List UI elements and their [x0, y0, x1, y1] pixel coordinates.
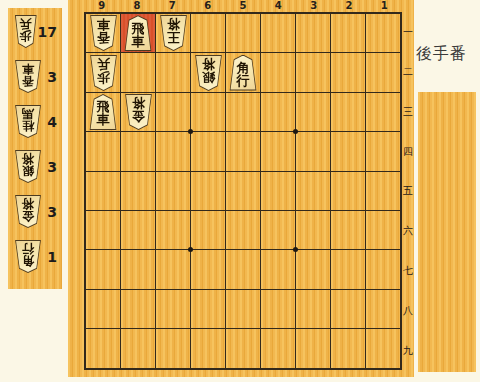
board-cell-9-4[interactable]: [86, 132, 120, 170]
gote-hand-tray: 歩兵17香車3桂馬4銀将3金将3角行1: [8, 8, 62, 289]
board-cell-3-8[interactable]: [296, 290, 330, 328]
koma-kanji: 銀将: [202, 58, 215, 84]
board-cell-3-5[interactable]: [296, 172, 330, 210]
board-cell-3-7[interactable]: [296, 250, 330, 288]
board-cell-1-2[interactable]: [366, 53, 400, 91]
board-cell-4-2[interactable]: [261, 53, 295, 91]
board-cell-7-8[interactable]: [156, 290, 190, 328]
board-cell-6-1[interactable]: [191, 14, 225, 52]
hoshi-dot: [188, 129, 193, 134]
board-cell-8-5[interactable]: [121, 172, 155, 210]
rank-labels: 一二三四五六七八九: [402, 12, 414, 371]
rank-label: 三: [402, 92, 414, 132]
koma-face: 銀将: [15, 151, 41, 182]
hoshi-dot: [293, 247, 298, 252]
koma-sente-R[interactable]: 飛車: [89, 94, 118, 130]
file-label: 5: [225, 0, 260, 12]
koma-face: 角行: [15, 241, 41, 272]
board-cell-7-5[interactable]: [156, 172, 190, 210]
koma-face: 歩兵: [90, 56, 117, 90]
koma-face: 銀将: [195, 56, 222, 90]
koma-gote-S[interactable]: 銀将: [194, 55, 223, 91]
turn-indicator: 後手番: [416, 44, 467, 65]
koma-kanji: 桂馬: [22, 109, 34, 133]
koma-gote-S[interactable]: 銀将: [14, 150, 42, 183]
hand-row-N: 桂馬4: [8, 105, 62, 150]
board-cell-8-1-lastmove[interactable]: 飛車: [121, 14, 155, 52]
koma-kanji: 歩兵: [97, 58, 110, 84]
koma-gote-G[interactable]: 金将: [124, 94, 153, 130]
board-cell-2-7[interactable]: [331, 250, 365, 288]
board-cell-2-4[interactable]: [331, 132, 365, 170]
board-cell-9-8[interactable]: [86, 290, 120, 328]
koma-face: 角行: [230, 56, 257, 90]
hand-count: 4: [47, 114, 57, 130]
hand-count: 3: [47, 204, 57, 220]
rank-label: 五: [402, 172, 414, 212]
hoshi-dot: [293, 129, 298, 134]
board-cell-2-5[interactable]: [331, 172, 365, 210]
board-cell-4-3[interactable]: [261, 93, 295, 131]
hand-count: 17: [38, 24, 57, 40]
file-label: 1: [367, 0, 402, 12]
hand-count: 1: [47, 249, 57, 265]
board-cell-9-1[interactable]: 香車: [86, 14, 120, 52]
koma-gote-L[interactable]: 香車: [89, 15, 118, 51]
board-cell-4-5[interactable]: [261, 172, 295, 210]
board-cell-6-4[interactable]: [191, 132, 225, 170]
board-cell-7-7[interactable]: [156, 250, 190, 288]
koma-kanji: 飛車: [97, 100, 110, 126]
rank-label: 七: [402, 251, 414, 291]
koma-gote-K[interactable]: 王将: [159, 15, 188, 51]
board-cell-2-6[interactable]: [331, 211, 365, 249]
board-cell-3-9[interactable]: [296, 329, 330, 367]
board-cell-6-3[interactable]: [191, 93, 225, 131]
board-cell-2-3[interactable]: [331, 93, 365, 131]
board-cell-6-9[interactable]: [191, 329, 225, 367]
rank-label: 四: [402, 132, 414, 172]
board-cell-5-6[interactable]: [226, 211, 260, 249]
koma-kanji: 飛車: [132, 22, 145, 48]
koma-kanji: 金将: [132, 97, 145, 123]
board-cell-2-8[interactable]: [331, 290, 365, 328]
sente-hand-tray: [418, 92, 476, 372]
koma-face: 金将: [125, 95, 152, 129]
koma-sente-R[interactable]: 飛車: [124, 15, 153, 51]
koma-kanji: 香車: [97, 19, 110, 45]
file-label: 8: [119, 0, 154, 12]
koma-face: 金将: [15, 196, 41, 227]
board-cell-4-9[interactable]: [261, 329, 295, 367]
board-cell-5-3[interactable]: [226, 93, 260, 131]
file-label: 3: [296, 0, 331, 12]
board-cell-9-5[interactable]: [86, 172, 120, 210]
hoshi-dot: [188, 247, 193, 252]
koma-gote-P[interactable]: 歩兵: [89, 55, 118, 91]
koma-gote-P[interactable]: 歩兵: [14, 15, 38, 48]
board-cell-1-9[interactable]: [366, 329, 400, 367]
board-cell-7-2[interactable]: [156, 53, 190, 91]
file-label: 6: [190, 0, 225, 12]
board-cell-2-2[interactable]: [331, 53, 365, 91]
rank-label: 六: [402, 211, 414, 251]
board-cell-8-3[interactable]: 金将: [121, 93, 155, 131]
board-cell-7-6[interactable]: [156, 211, 190, 249]
board-cell-5-5[interactable]: [226, 172, 260, 210]
hand-row-G: 金将3: [8, 195, 62, 240]
koma-kanji: 角行: [237, 61, 250, 87]
board-cell-2-1[interactable]: [331, 14, 365, 52]
board-cell-6-7[interactable]: [191, 250, 225, 288]
board-grid: 香車飛車王将歩兵銀将角行飛車金将: [84, 12, 402, 370]
koma-kanji: 金将: [22, 199, 34, 223]
board-cell-1-6[interactable]: [366, 211, 400, 249]
file-labels: 987654321: [84, 0, 402, 12]
koma-face: 飛車: [90, 95, 117, 129]
board-cell-4-7[interactable]: [261, 250, 295, 288]
file-label: 9: [84, 0, 119, 12]
board-cell-8-6[interactable]: [121, 211, 155, 249]
board-cell-7-9[interactable]: [156, 329, 190, 367]
koma-sente-B[interactable]: 角行: [229, 55, 258, 91]
hand-row-B: 角行1: [8, 240, 62, 285]
koma-kanji: 歩兵: [20, 19, 32, 43]
board-cell-4-6[interactable]: [261, 211, 295, 249]
board-cell-6-2[interactable]: 銀将: [191, 53, 225, 91]
board-cell-6-8[interactable]: [191, 290, 225, 328]
hand-row-L: 香車3: [8, 60, 62, 105]
board-cell-5-8[interactable]: [226, 290, 260, 328]
board-cell-5-7[interactable]: [226, 250, 260, 288]
koma-kanji: 王将: [167, 19, 180, 45]
board-cell-1-4[interactable]: [366, 132, 400, 170]
file-label: 7: [155, 0, 190, 12]
board-cell-3-1[interactable]: [296, 14, 330, 52]
koma-gote-G[interactable]: 金将: [14, 195, 42, 228]
board-cell-8-9[interactable]: [121, 329, 155, 367]
koma-face: 飛車: [125, 16, 152, 50]
board-cell-1-8[interactable]: [366, 290, 400, 328]
board-cell-5-2[interactable]: 角行: [226, 53, 260, 91]
rank-label: 一: [402, 12, 414, 52]
board-cell-4-4[interactable]: [261, 132, 295, 170]
koma-face: 香車: [90, 16, 117, 50]
board-cell-1-5[interactable]: [366, 172, 400, 210]
board-cell-9-2[interactable]: 歩兵: [86, 53, 120, 91]
board-cell-2-9[interactable]: [331, 329, 365, 367]
board: 香車飛車王将歩兵銀将角行飛車金将: [84, 12, 402, 370]
hand-count: 3: [47, 159, 57, 175]
rank-label: 八: [402, 291, 414, 331]
rank-label: 二: [402, 52, 414, 92]
koma-face: 歩兵: [15, 16, 37, 47]
board-cell-7-4[interactable]: [156, 132, 190, 170]
board-cell-3-3[interactable]: [296, 93, 330, 131]
hand-count: 3: [47, 69, 57, 85]
board-cell-4-8[interactable]: [261, 290, 295, 328]
board-cell-7-1[interactable]: 王将: [156, 14, 190, 52]
board-cell-8-8[interactable]: [121, 290, 155, 328]
koma-gote-L[interactable]: 香車: [14, 60, 42, 93]
koma-face: 桂馬: [15, 106, 41, 137]
koma-face: 王将: [160, 16, 187, 50]
board-cell-7-3[interactable]: [156, 93, 190, 131]
board-cell-9-9[interactable]: [86, 329, 120, 367]
board-cell-9-6[interactable]: [86, 211, 120, 249]
board-cell-8-2[interactable]: [121, 53, 155, 91]
koma-kanji: 香車: [22, 64, 34, 88]
board-cell-3-2[interactable]: [296, 53, 330, 91]
board-cell-1-3[interactable]: [366, 93, 400, 131]
board-cell-5-1[interactable]: [226, 14, 260, 52]
board-cell-1-7[interactable]: [366, 250, 400, 288]
koma-gote-B[interactable]: 角行: [14, 240, 42, 273]
hand-row-P: 歩兵17: [8, 15, 62, 60]
koma-gote-N[interactable]: 桂馬: [14, 105, 42, 138]
board-cell-4-1[interactable]: [261, 14, 295, 52]
board-cell-8-7[interactable]: [121, 250, 155, 288]
board-cell-9-7[interactable]: [86, 250, 120, 288]
board-cell-6-5[interactable]: [191, 172, 225, 210]
koma-kanji: 銀将: [22, 154, 34, 178]
koma-kanji: 角行: [22, 244, 34, 268]
hand-row-S: 銀将3: [8, 150, 62, 195]
board-cell-9-3[interactable]: 飛車: [86, 93, 120, 131]
board-cell-3-6[interactable]: [296, 211, 330, 249]
koma-face: 香車: [15, 61, 41, 92]
board-cell-5-9[interactable]: [226, 329, 260, 367]
board-cell-6-6[interactable]: [191, 211, 225, 249]
board-cell-1-1[interactable]: [366, 14, 400, 52]
rank-label: 九: [402, 331, 414, 371]
board-cell-8-4[interactable]: [121, 132, 155, 170]
file-label: 4: [261, 0, 296, 12]
shogi-diagram: 歩兵17香車3桂馬4銀将3金将3角行1 987654321 香車飛車王将歩兵銀将…: [0, 0, 480, 382]
board-cell-5-4[interactable]: [226, 132, 260, 170]
file-label: 2: [331, 0, 366, 12]
board-cell-3-4[interactable]: [296, 132, 330, 170]
